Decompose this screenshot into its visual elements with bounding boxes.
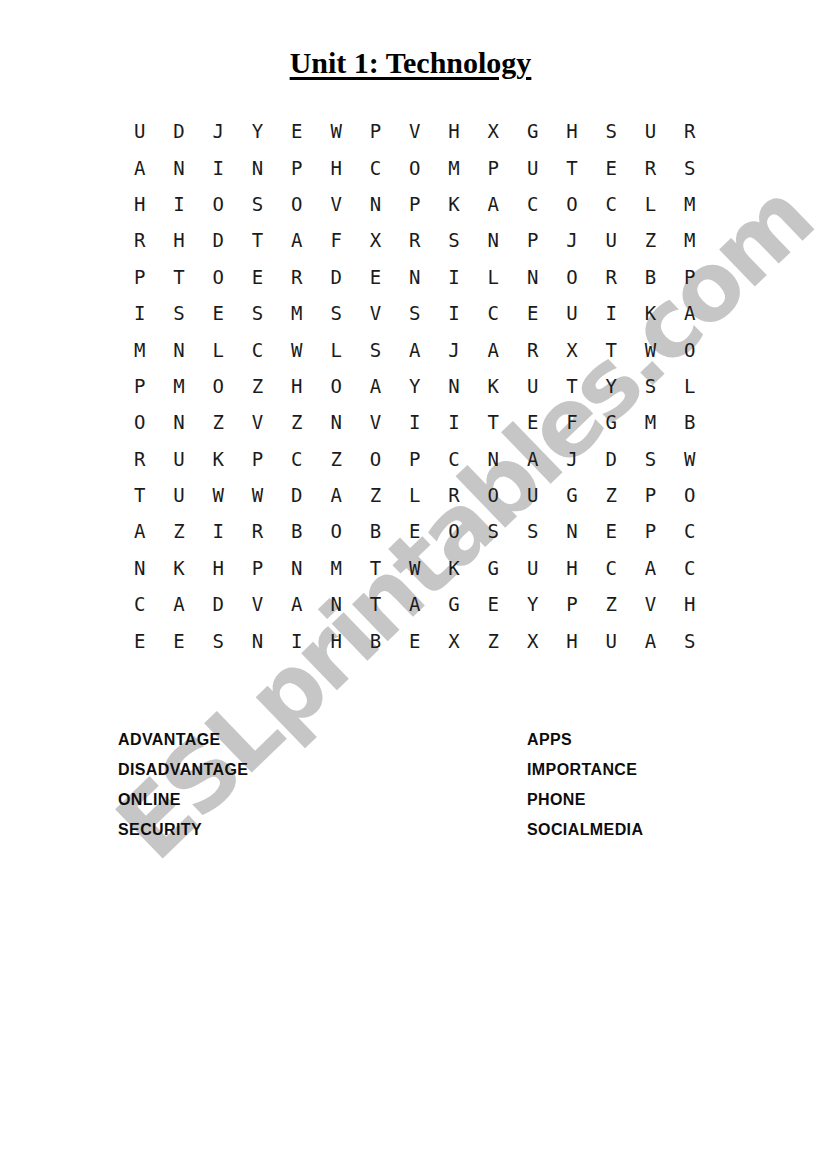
grid-cell-r13c4: P: [238, 550, 277, 586]
grid-cell-r6c10: C: [474, 295, 513, 331]
grid-cell-r9c6: N: [316, 404, 355, 440]
grid-cell-r7c4: C: [238, 331, 277, 367]
grid-cell-r3c6: V: [316, 186, 355, 222]
grid-cell-r2c2: N: [159, 149, 198, 185]
grid-cell-r15c13: U: [592, 622, 631, 658]
grid-cell-r14c3: D: [199, 586, 238, 622]
grid-cell-r6c2: S: [159, 295, 198, 331]
grid-cell-r11c3: W: [199, 477, 238, 513]
grid-cell-r6c6: S: [316, 295, 355, 331]
grid-cell-r9c9: I: [434, 404, 473, 440]
grid-cell-r6c15: A: [670, 295, 709, 331]
grid-cell-r5c11: N: [513, 259, 552, 295]
grid-cell-r1c3: J: [199, 113, 238, 149]
grid-cell-r4c4: T: [238, 222, 277, 258]
grid-cell-r14c15: H: [670, 586, 709, 622]
grid-cell-r6c7: V: [356, 295, 395, 331]
grid-cell-r4c12: J: [552, 222, 591, 258]
grid-cell-r15c5: I: [277, 622, 316, 658]
grid-cell-r1c10: X: [474, 113, 513, 149]
grid-cell-r9c13: G: [592, 404, 631, 440]
grid-cell-r14c8: A: [395, 586, 434, 622]
grid-cell-r4c8: R: [395, 222, 434, 258]
grid-cell-r9c12: F: [552, 404, 591, 440]
grid-cell-r5c14: B: [631, 259, 670, 295]
grid-cell-r8c11: U: [513, 368, 552, 404]
grid-cell-r15c6: H: [316, 622, 355, 658]
word-list-right: APPSIMPORTANCEPHONESOCIALMEDIA: [527, 729, 643, 849]
grid-cell-r13c15: C: [670, 550, 709, 586]
grid-cell-r3c14: L: [631, 186, 670, 222]
grid-cell-r13c6: M: [316, 550, 355, 586]
word-list-item-importance: IMPORTANCE: [527, 759, 643, 789]
grid-cell-r1c7: P: [356, 113, 395, 149]
grid-cell-r5c3: O: [199, 259, 238, 295]
grid-cell-r13c8: W: [395, 550, 434, 586]
grid-cell-r13c9: K: [434, 550, 473, 586]
grid-cell-r7c6: L: [316, 331, 355, 367]
grid-cell-r13c13: C: [592, 550, 631, 586]
grid-cell-r6c4: S: [238, 295, 277, 331]
grid-cell-r3c7: N: [356, 186, 395, 222]
grid-cell-r3c1: H: [120, 186, 159, 222]
grid-cell-r3c4: S: [238, 186, 277, 222]
grid-cell-r10c1: R: [120, 441, 159, 477]
grid-cell-r7c10: A: [474, 331, 513, 367]
word-list-left: ADVANTAGEDISADVANTAGEONLINESECURITY: [118, 729, 248, 849]
grid-cell-r14c13: Z: [592, 586, 631, 622]
grid-cell-r9c14: M: [631, 404, 670, 440]
grid-cell-r7c7: S: [356, 331, 395, 367]
grid-cell-r10c5: C: [277, 441, 316, 477]
grid-cell-r2c12: T: [552, 149, 591, 185]
grid-cell-r2c10: P: [474, 149, 513, 185]
word-list-item-disadvantage: DISADVANTAGE: [118, 759, 248, 789]
grid-cell-r4c7: X: [356, 222, 395, 258]
grid-cell-r1c13: S: [592, 113, 631, 149]
grid-cell-r8c12: T: [552, 368, 591, 404]
grid-cell-r8c13: Y: [592, 368, 631, 404]
grid-cell-r2c3: I: [199, 149, 238, 185]
grid-cell-r7c8: A: [395, 331, 434, 367]
grid-cell-r5c8: N: [395, 259, 434, 295]
grid-cell-r15c4: N: [238, 622, 277, 658]
word-list-item-advantage: ADVANTAGE: [118, 729, 248, 759]
grid-cell-r8c14: S: [631, 368, 670, 404]
grid-cell-r3c15: M: [670, 186, 709, 222]
grid-cell-r9c11: E: [513, 404, 552, 440]
grid-cell-r7c1: M: [120, 331, 159, 367]
grid-cell-r14c12: P: [552, 586, 591, 622]
grid-cell-r5c9: I: [434, 259, 473, 295]
grid-cell-r12c7: B: [356, 513, 395, 549]
grid-cell-r13c1: N: [120, 550, 159, 586]
grid-cell-r5c15: P: [670, 259, 709, 295]
grid-cell-r11c7: Z: [356, 477, 395, 513]
grid-cell-r12c3: I: [199, 513, 238, 549]
grid-cell-r15c10: Z: [474, 622, 513, 658]
grid-cell-r8c7: A: [356, 368, 395, 404]
grid-cell-r10c15: W: [670, 441, 709, 477]
grid-cell-r2c9: M: [434, 149, 473, 185]
grid-cell-r3c2: I: [159, 186, 198, 222]
grid-cell-r1c11: G: [513, 113, 552, 149]
grid-cell-r6c13: I: [592, 295, 631, 331]
grid-cell-r15c14: A: [631, 622, 670, 658]
grid-cell-r11c10: O: [474, 477, 513, 513]
grid-cell-r2c4: N: [238, 149, 277, 185]
grid-cell-r2c7: C: [356, 149, 395, 185]
grid-cell-r5c10: L: [474, 259, 513, 295]
grid-cell-r7c13: T: [592, 331, 631, 367]
word-search-grid: UDJYEWPVHXGHSURANINPHCOMPUTERSHIOSOVNPKA…: [120, 113, 709, 659]
grid-cell-r10c10: N: [474, 441, 513, 477]
grid-cell-r3c11: C: [513, 186, 552, 222]
grid-cell-r4c10: N: [474, 222, 513, 258]
grid-cell-r4c15: M: [670, 222, 709, 258]
grid-cell-r7c15: O: [670, 331, 709, 367]
grid-cell-r10c11: A: [513, 441, 552, 477]
grid-cell-r15c9: X: [434, 622, 473, 658]
grid-cell-r2c6: H: [316, 149, 355, 185]
grid-cell-r15c12: H: [552, 622, 591, 658]
grid-cell-r10c8: P: [395, 441, 434, 477]
grid-cell-r9c3: Z: [199, 404, 238, 440]
grid-cell-r13c11: U: [513, 550, 552, 586]
grid-cell-r10c14: S: [631, 441, 670, 477]
grid-cell-r11c13: Z: [592, 477, 631, 513]
grid-cell-r6c5: M: [277, 295, 316, 331]
grid-cell-r6c11: E: [513, 295, 552, 331]
grid-cell-r13c14: A: [631, 550, 670, 586]
grid-cell-r5c12: O: [552, 259, 591, 295]
worksheet-page: ESLprintables.com Unit 1: Technology UDJ…: [0, 0, 821, 1161]
grid-cell-r9c15: B: [670, 404, 709, 440]
grid-cell-r11c14: P: [631, 477, 670, 513]
grid-cell-r7c9: J: [434, 331, 473, 367]
grid-cell-r10c7: O: [356, 441, 395, 477]
grid-cell-r8c5: H: [277, 368, 316, 404]
grid-cell-r1c6: W: [316, 113, 355, 149]
grid-cell-r6c9: I: [434, 295, 473, 331]
grid-cell-r15c8: E: [395, 622, 434, 658]
grid-cell-r14c6: N: [316, 586, 355, 622]
grid-cell-r10c6: Z: [316, 441, 355, 477]
grid-cell-r9c1: O: [120, 404, 159, 440]
grid-cell-r11c11: U: [513, 477, 552, 513]
grid-cell-r3c3: O: [199, 186, 238, 222]
grid-cell-r2c1: A: [120, 149, 159, 185]
grid-cell-r7c11: R: [513, 331, 552, 367]
grid-cell-r12c1: A: [120, 513, 159, 549]
grid-cell-r15c2: E: [159, 622, 198, 658]
grid-cell-r2c5: P: [277, 149, 316, 185]
grid-cell-r2c11: U: [513, 149, 552, 185]
grid-cell-r4c1: R: [120, 222, 159, 258]
word-list-item-phone: PHONE: [527, 789, 643, 819]
grid-cell-r1c4: Y: [238, 113, 277, 149]
grid-cell-r3c5: O: [277, 186, 316, 222]
word-list-item-security: SECURITY: [118, 819, 248, 849]
grid-cell-r2c13: E: [592, 149, 631, 185]
grid-cell-r14c4: V: [238, 586, 277, 622]
grid-cell-r15c15: S: [670, 622, 709, 658]
grid-cell-r1c12: H: [552, 113, 591, 149]
grid-cell-r12c5: B: [277, 513, 316, 549]
grid-cell-r10c3: K: [199, 441, 238, 477]
grid-cell-r7c2: N: [159, 331, 198, 367]
word-list-item-online: ONLINE: [118, 789, 248, 819]
grid-cell-r3c8: P: [395, 186, 434, 222]
grid-cell-r9c10: T: [474, 404, 513, 440]
grid-cell-r7c14: W: [631, 331, 670, 367]
grid-cell-r14c14: V: [631, 586, 670, 622]
page-title: Unit 1: Technology: [290, 46, 532, 79]
grid-cell-r11c1: T: [120, 477, 159, 513]
grid-cell-r1c8: V: [395, 113, 434, 149]
grid-cell-r13c10: G: [474, 550, 513, 586]
grid-cell-r9c4: V: [238, 404, 277, 440]
grid-cell-r9c8: I: [395, 404, 434, 440]
grid-cell-r6c8: S: [395, 295, 434, 331]
grid-cell-r9c5: Z: [277, 404, 316, 440]
grid-cell-r12c4: R: [238, 513, 277, 549]
grid-cell-r14c7: T: [356, 586, 395, 622]
grid-cell-r4c9: S: [434, 222, 473, 258]
grid-cell-r9c2: N: [159, 404, 198, 440]
grid-cell-r12c9: O: [434, 513, 473, 549]
grid-cell-r14c11: Y: [513, 586, 552, 622]
grid-cell-r14c5: A: [277, 586, 316, 622]
grid-cell-r11c9: R: [434, 477, 473, 513]
grid-cell-r2c14: R: [631, 149, 670, 185]
grid-cell-r12c10: S: [474, 513, 513, 549]
grid-cell-r12c12: N: [552, 513, 591, 549]
title-container: Unit 1: Technology: [0, 46, 821, 80]
grid-cell-r12c6: O: [316, 513, 355, 549]
grid-cell-r12c13: E: [592, 513, 631, 549]
grid-cell-r15c11: X: [513, 622, 552, 658]
word-list-item-apps: APPS: [527, 729, 643, 759]
grid-cell-r14c1: C: [120, 586, 159, 622]
grid-cell-r11c12: G: [552, 477, 591, 513]
grid-cell-r1c15: R: [670, 113, 709, 149]
grid-cell-r10c9: C: [434, 441, 473, 477]
grid-cell-r11c6: A: [316, 477, 355, 513]
grid-cell-r7c12: X: [552, 331, 591, 367]
grid-cell-r10c2: U: [159, 441, 198, 477]
grid-cell-r9c7: V: [356, 404, 395, 440]
grid-cell-r1c14: U: [631, 113, 670, 149]
grid-cell-r4c11: P: [513, 222, 552, 258]
grid-cell-r1c5: E: [277, 113, 316, 149]
grid-cell-r6c12: U: [552, 295, 591, 331]
grid-cell-r7c5: W: [277, 331, 316, 367]
grid-cell-r8c3: O: [199, 368, 238, 404]
grid-cell-r11c4: W: [238, 477, 277, 513]
grid-cell-r15c1: E: [120, 622, 159, 658]
grid-cell-r3c12: O: [552, 186, 591, 222]
grid-cell-r12c8: E: [395, 513, 434, 549]
grid-cell-r5c2: T: [159, 259, 198, 295]
grid-cell-r3c13: C: [592, 186, 631, 222]
word-list-item-socialmedia: SOCIALMEDIA: [527, 819, 643, 849]
grid-cell-r8c9: N: [434, 368, 473, 404]
grid-cell-r13c5: N: [277, 550, 316, 586]
grid-cell-r8c1: P: [120, 368, 159, 404]
grid-cell-r2c15: S: [670, 149, 709, 185]
grid-cell-r14c9: G: [434, 586, 473, 622]
grid-cell-r12c14: P: [631, 513, 670, 549]
grid-cell-r8c4: Z: [238, 368, 277, 404]
grid-cell-r1c2: D: [159, 113, 198, 149]
grid-cell-r6c3: E: [199, 295, 238, 331]
grid-cell-r5c4: E: [238, 259, 277, 295]
grid-cell-r4c5: A: [277, 222, 316, 258]
grid-cell-r3c9: K: [434, 186, 473, 222]
grid-cell-r8c15: L: [670, 368, 709, 404]
grid-cell-r8c10: K: [474, 368, 513, 404]
grid-cell-r2c8: O: [395, 149, 434, 185]
grid-cell-r12c15: C: [670, 513, 709, 549]
grid-cell-r14c10: E: [474, 586, 513, 622]
grid-cell-r8c2: M: [159, 368, 198, 404]
grid-cell-r8c8: Y: [395, 368, 434, 404]
grid-cell-r6c14: K: [631, 295, 670, 331]
grid-cell-r4c6: F: [316, 222, 355, 258]
grid-cell-r6c1: I: [120, 295, 159, 331]
grid-cell-r12c2: Z: [159, 513, 198, 549]
grid-cell-r5c5: R: [277, 259, 316, 295]
grid-cell-r4c2: H: [159, 222, 198, 258]
grid-cell-r11c5: D: [277, 477, 316, 513]
grid-cell-r4c14: Z: [631, 222, 670, 258]
grid-cell-r15c7: B: [356, 622, 395, 658]
grid-cell-r14c2: A: [159, 586, 198, 622]
grid-cell-r15c3: S: [199, 622, 238, 658]
grid-cell-r4c3: D: [199, 222, 238, 258]
grid-cell-r11c2: U: [159, 477, 198, 513]
grid-cell-r13c7: T: [356, 550, 395, 586]
grid-cell-r5c13: R: [592, 259, 631, 295]
grid-cell-r13c2: K: [159, 550, 198, 586]
grid-cell-r3c10: A: [474, 186, 513, 222]
grid-cell-r13c12: H: [552, 550, 591, 586]
grid-cell-r13c3: H: [199, 550, 238, 586]
grid-cell-r5c1: P: [120, 259, 159, 295]
grid-cell-r10c13: D: [592, 441, 631, 477]
grid-cell-r11c8: L: [395, 477, 434, 513]
grid-cell-r7c3: L: [199, 331, 238, 367]
grid-cell-r1c1: U: [120, 113, 159, 149]
page-content: Unit 1: Technology UDJYEWPVHXGHSURANINPH…: [0, 0, 821, 1161]
grid-cell-r4c13: U: [592, 222, 631, 258]
grid-cell-r10c4: P: [238, 441, 277, 477]
grid-cell-r12c11: S: [513, 513, 552, 549]
grid-cell-r5c6: D: [316, 259, 355, 295]
grid-cell-r10c12: J: [552, 441, 591, 477]
grid-cell-r11c15: O: [670, 477, 709, 513]
grid-cell-r5c7: E: [356, 259, 395, 295]
grid-cell-r1c9: H: [434, 113, 473, 149]
grid-cell-r8c6: O: [316, 368, 355, 404]
